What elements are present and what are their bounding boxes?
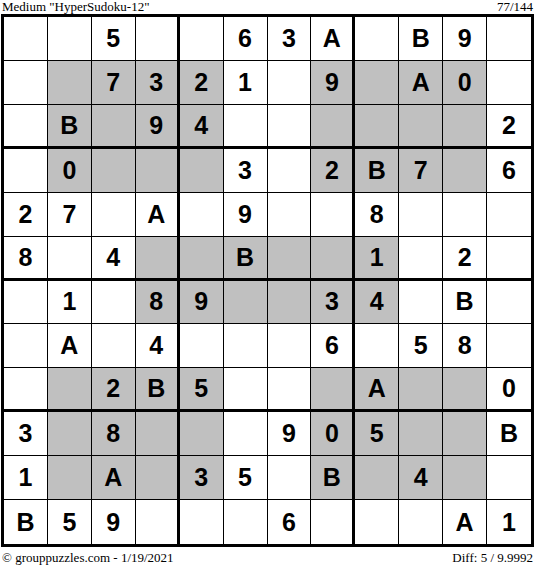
cell-r2c4: 3 [136, 61, 180, 105]
cell-r8c4: 4 [136, 324, 180, 368]
cell-r1c5[interactable] [180, 17, 224, 61]
cell-r3c11[interactable] [443, 105, 487, 149]
cell-r6c5[interactable] [180, 237, 224, 281]
cell-r3c8[interactable] [311, 105, 355, 149]
cell-r7c1[interactable] [4, 281, 48, 325]
cell-r4c4[interactable] [136, 149, 180, 193]
cell-r8c12[interactable] [487, 324, 531, 368]
cell-r10c2[interactable] [48, 412, 92, 456]
cell-r4c9: B [355, 149, 399, 193]
cell-r12c12: 1 [487, 500, 531, 544]
cell-r12c4[interactable] [136, 500, 180, 544]
cell-r2c8: 9 [311, 61, 355, 105]
cell-r5c3[interactable] [92, 193, 136, 237]
cell-r5c10[interactable] [399, 193, 443, 237]
cell-r3c3[interactable] [92, 105, 136, 149]
cell-r1c8: A [311, 17, 355, 61]
cell-r1c12[interactable] [487, 17, 531, 61]
cell-r9c2[interactable] [48, 368, 92, 412]
cell-r8c3[interactable] [92, 324, 136, 368]
cell-r1c10: B [399, 17, 443, 61]
cell-r7c8: 3 [311, 281, 355, 325]
cell-r9c10[interactable] [399, 368, 443, 412]
cell-r1c6: 6 [224, 17, 268, 61]
cell-r1c11: 9 [443, 17, 487, 61]
cell-r6c4[interactable] [136, 237, 180, 281]
cell-r8c1[interactable] [4, 324, 48, 368]
cell-r2c10: A [399, 61, 443, 105]
cell-r2c1[interactable] [4, 61, 48, 105]
cell-r5c5[interactable] [180, 193, 224, 237]
cell-r10c7: 9 [268, 412, 312, 456]
cell-r9c12: 0 [487, 368, 531, 412]
cell-r5c2: 7 [48, 193, 92, 237]
cell-r4c5[interactable] [180, 149, 224, 193]
cell-r6c12[interactable] [487, 237, 531, 281]
cell-r11c6: 5 [224, 456, 268, 500]
cell-r11c10: 4 [399, 456, 443, 500]
cell-r6c7[interactable] [268, 237, 312, 281]
cell-r8c9[interactable] [355, 324, 399, 368]
sudoku-board: 563AB973219A0B942032B7627A9884B1218934BA… [1, 14, 534, 547]
cell-r2c9[interactable] [355, 61, 399, 105]
cell-r4c3[interactable] [92, 149, 136, 193]
cell-r4c6: 3 [224, 149, 268, 193]
cell-r12c11: A [443, 500, 487, 544]
cell-r7c4: 8 [136, 281, 180, 325]
cell-r8c5[interactable] [180, 324, 224, 368]
cell-r10c3: 8 [92, 412, 136, 456]
cell-r11c11[interactable] [443, 456, 487, 500]
cell-r6c1: 8 [4, 237, 48, 281]
cell-r12c3: 9 [92, 500, 136, 544]
cell-r10c9: 5 [355, 412, 399, 456]
cell-r9c7[interactable] [268, 368, 312, 412]
cell-r3c4: 9 [136, 105, 180, 149]
cell-r12c9[interactable] [355, 500, 399, 544]
cell-r4c2: 0 [48, 149, 92, 193]
cell-r1c2[interactable] [48, 17, 92, 61]
cell-r5c12[interactable] [487, 193, 531, 237]
cell-r3c5: 4 [180, 105, 224, 149]
cell-r10c5[interactable] [180, 412, 224, 456]
cell-r3c7[interactable] [268, 105, 312, 149]
cell-r6c6: B [224, 237, 268, 281]
cell-r7c2: 1 [48, 281, 92, 325]
cell-r5c4: A [136, 193, 180, 237]
cell-r9c5: 5 [180, 368, 224, 412]
cell-r11c5: 3 [180, 456, 224, 500]
cell-r6c2[interactable] [48, 237, 92, 281]
cell-r1c3: 5 [92, 17, 136, 61]
cell-r12c10[interactable] [399, 500, 443, 544]
copyright-text: © grouppuzzles.com - 1/19/2021 [2, 551, 174, 565]
cell-r10c8: 0 [311, 412, 355, 456]
cell-r11c4[interactable] [136, 456, 180, 500]
cell-r7c5: 9 [180, 281, 224, 325]
cell-r12c5[interactable] [180, 500, 224, 544]
page-header: Medium "HyperSudoku-12" 77/144 [2, 0, 533, 13]
cell-r9c6[interactable] [224, 368, 268, 412]
cell-r6c11: 2 [443, 237, 487, 281]
cell-r9c9: A [355, 368, 399, 412]
cell-r9c3: 2 [92, 368, 136, 412]
cell-r7c7[interactable] [268, 281, 312, 325]
cell-r11c8: B [311, 456, 355, 500]
cell-r8c8: 6 [311, 324, 355, 368]
cell-r12c1: B [4, 500, 48, 544]
cell-r10c11[interactable] [443, 412, 487, 456]
cell-r9c4: B [136, 368, 180, 412]
cell-r4c12: 6 [487, 149, 531, 193]
cell-r10c12: B [487, 412, 531, 456]
cell-r5c11[interactable] [443, 193, 487, 237]
cell-r10c6[interactable] [224, 412, 268, 456]
cell-r3c6[interactable] [224, 105, 268, 149]
cell-r7c11: B [443, 281, 487, 325]
cell-r9c1[interactable] [4, 368, 48, 412]
cell-r8c10: 5 [399, 324, 443, 368]
cell-r8c11: 8 [443, 324, 487, 368]
cell-r4c10: 7 [399, 149, 443, 193]
cell-r6c9: 1 [355, 237, 399, 281]
cell-r5c9: 8 [355, 193, 399, 237]
cell-r12c8[interactable] [311, 500, 355, 544]
cell-r1c4[interactable] [136, 17, 180, 61]
page-footer: © grouppuzzles.com - 1/19/2021 Diff: 5 /… [2, 551, 533, 567]
cell-r2c6: 1 [224, 61, 268, 105]
cell-r3c12: 2 [487, 105, 531, 149]
cell-r5c6: 9 [224, 193, 268, 237]
cell-r4c11[interactable] [443, 149, 487, 193]
cell-r2c5: 2 [180, 61, 224, 105]
cell-r8c6[interactable] [224, 324, 268, 368]
cell-r5c7[interactable] [268, 193, 312, 237]
cell-r11c9[interactable] [355, 456, 399, 500]
cell-r11c7[interactable] [268, 456, 312, 500]
difficulty-text: Diff: 5 / 9.9992 [452, 551, 533, 565]
cell-r11c1: 1 [4, 456, 48, 500]
puzzle-counter: 77/144 [497, 0, 533, 13]
cell-r12c7: 6 [268, 500, 312, 544]
cell-r1c9[interactable] [355, 17, 399, 61]
cell-r11c12[interactable] [487, 456, 531, 500]
cell-r9c11[interactable] [443, 368, 487, 412]
cell-r10c10[interactable] [399, 412, 443, 456]
cell-r2c12[interactable] [487, 61, 531, 105]
cell-r7c6[interactable] [224, 281, 268, 325]
cell-r7c9: 4 [355, 281, 399, 325]
cell-r1c7: 3 [268, 17, 312, 61]
cell-r12c6[interactable] [224, 500, 268, 544]
cell-r9c8[interactable] [311, 368, 355, 412]
cell-r10c4[interactable] [136, 412, 180, 456]
cell-r12c2: 5 [48, 500, 92, 544]
cell-r3c10[interactable] [399, 105, 443, 149]
cell-r6c8[interactable] [311, 237, 355, 281]
cell-r11c3: A [92, 456, 136, 500]
cell-r3c2: B [48, 105, 92, 149]
cell-r11c2[interactable] [48, 456, 92, 500]
cell-r4c1[interactable] [4, 149, 48, 193]
cell-r4c7[interactable] [268, 149, 312, 193]
cell-r7c12[interactable] [487, 281, 531, 325]
cell-r1c1[interactable] [4, 17, 48, 61]
cell-r6c3: 4 [92, 237, 136, 281]
cell-r10c1: 3 [4, 412, 48, 456]
cell-r5c8[interactable] [311, 193, 355, 237]
cell-r5c1: 2 [4, 193, 48, 237]
cell-r2c11: 0 [443, 61, 487, 105]
puzzle-title: Medium "HyperSudoku-12" [2, 0, 149, 13]
cell-r2c7[interactable] [268, 61, 312, 105]
cell-r3c9[interactable] [355, 105, 399, 149]
cell-r3c1[interactable] [4, 105, 48, 149]
cell-r2c3: 7 [92, 61, 136, 105]
cell-r8c2: A [48, 324, 92, 368]
cell-r7c10[interactable] [399, 281, 443, 325]
cell-r8c7[interactable] [268, 324, 312, 368]
cell-r4c8: 2 [311, 149, 355, 193]
cell-r2c2[interactable] [48, 61, 92, 105]
cell-r6c10[interactable] [399, 237, 443, 281]
cell-r7c3[interactable] [92, 281, 136, 325]
